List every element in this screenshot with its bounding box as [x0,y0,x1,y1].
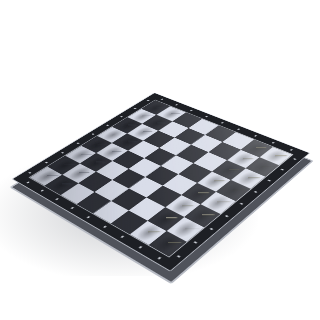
product-photo: ♜♞♝♛♚♝♞♜♟♟♟♟♟♟♟♟♟♟♟♟♟♟♟♟♜♞♝♛♚♝♞♜ [0,0,320,320]
chess-board: ♜♞♝♛♚♝♞♜♟♟♟♟♟♟♟♟♟♟♟♟♟♟♟♟♜♞♝♛♚♝♞♜ [12,93,311,272]
board-squares: ♜♞♝♛♚♝♞♜♟♟♟♟♟♟♟♟♟♟♟♟♟♟♟♟♜♞♝♛♚♝♞♜ [29,100,294,258]
piece-black-pawn: ♟ [46,153,77,188]
board-scene: ♜♞♝♛♚♝♞♜♟♟♟♟♟♟♟♟♟♟♟♟♟♟♟♟♜♞♝♛♚♝♞♜ [0,0,320,320]
piece-white-rook: ♜ [147,202,189,249]
